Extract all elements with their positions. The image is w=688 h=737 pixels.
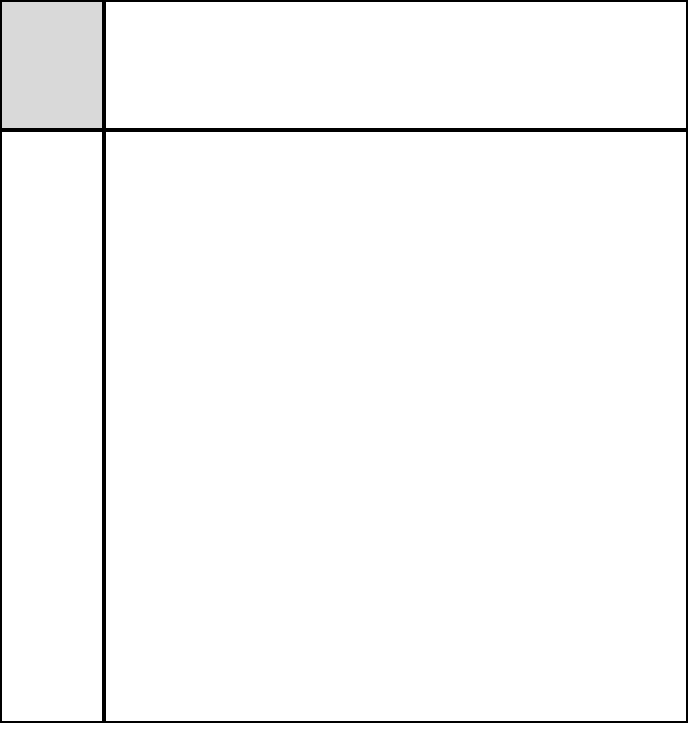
puzzle-grid[interactable]	[104, 130, 688, 723]
row-clues-panel	[0, 130, 104, 723]
nonogram-puzzle	[0, 0, 688, 737]
clue-corner-block	[0, 0, 104, 130]
column-clues-panel	[104, 0, 688, 130]
